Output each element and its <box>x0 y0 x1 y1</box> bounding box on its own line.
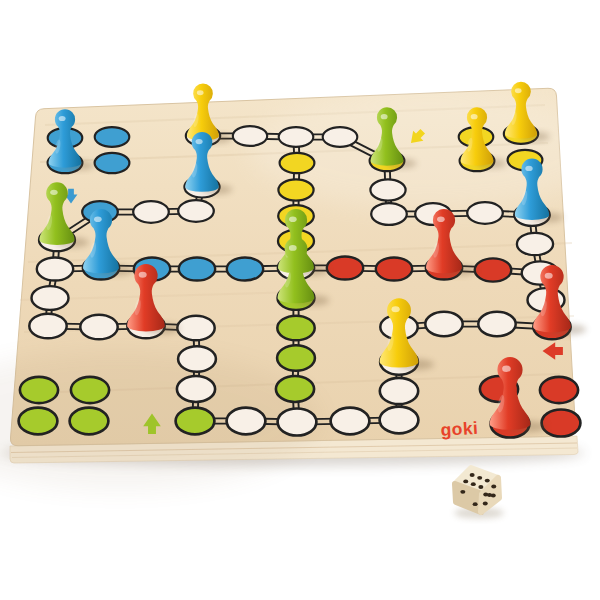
circle-t36-white <box>278 409 317 436</box>
circle-gh4-green <box>70 408 109 435</box>
circle-rh2-red <box>540 377 578 403</box>
brand-logo: goki <box>440 418 479 440</box>
pawn-head-highlight <box>502 366 511 372</box>
ludo-product-photo: goki <box>0 0 600 600</box>
die-top-pip <box>470 473 475 477</box>
pawn-head-highlight <box>437 216 445 222</box>
circle-t1-green <box>176 408 215 435</box>
pawn-head-highlight <box>59 116 66 121</box>
pawn-head-highlight <box>289 216 297 222</box>
circle-g3-green <box>277 345 315 370</box>
die-top-pip <box>485 479 490 483</box>
circle-t16-white <box>233 126 267 146</box>
circle-gh1-green <box>20 377 58 403</box>
circle-t34-white <box>380 407 419 434</box>
pawn-head-highlight <box>525 166 532 171</box>
circle-t12-white <box>133 201 169 223</box>
circle-rh4-red <box>542 410 581 437</box>
pawn-head-highlight <box>197 90 204 95</box>
die-top-pip <box>463 480 468 484</box>
circle-bh4-blue <box>95 153 130 173</box>
circle-t23-white <box>467 202 503 224</box>
pawn-head-highlight <box>139 272 147 278</box>
circle-r4-red <box>327 257 363 280</box>
circle-t21-white <box>371 203 407 225</box>
circle-y2-yellow <box>278 179 313 200</box>
die-right-pip <box>491 485 496 489</box>
die-left-pip <box>473 502 478 506</box>
pawn-head-highlight <box>196 139 203 144</box>
goki-logo-text: goki <box>440 418 479 440</box>
circle-r3-red <box>376 258 412 281</box>
pawn-head-highlight <box>515 88 522 93</box>
circle-t18-white <box>323 127 358 147</box>
circle-t33-white <box>380 378 418 404</box>
circle-y1-yellow <box>280 153 315 173</box>
circle-b4-blue <box>227 258 263 281</box>
circle-g4-green <box>276 376 314 402</box>
circle-t7-white <box>29 314 66 339</box>
circle-t30-white <box>425 312 462 336</box>
pawn-head-highlight <box>94 216 102 222</box>
circle-t13-white <box>178 200 214 222</box>
circle-r1-red <box>475 258 512 281</box>
circle-t3-white <box>178 346 216 371</box>
circle-t20-white <box>370 179 405 200</box>
pawn-head-highlight <box>50 190 57 195</box>
circle-gh2-green <box>71 377 109 403</box>
circle-t8-white <box>32 286 69 310</box>
die-right-pip <box>491 494 496 498</box>
circle-g2-green <box>277 316 314 341</box>
circle-t2-white <box>177 376 215 402</box>
circle-gh3-green <box>19 408 58 435</box>
circle-t17-white <box>279 127 314 147</box>
die-top-pip <box>477 476 482 480</box>
pawn-head-highlight <box>381 114 388 119</box>
pawn-head-highlight <box>289 245 297 251</box>
circle-bh2-blue <box>95 127 130 147</box>
die-top-pip <box>478 485 483 489</box>
pawn-head-highlight <box>545 273 553 279</box>
pawn-head-highlight <box>471 114 478 119</box>
circle-t6-white <box>80 315 117 340</box>
circle-b3-blue <box>179 258 215 281</box>
circle-t37-white <box>227 408 266 435</box>
pawn-head-highlight <box>391 306 399 312</box>
die-right-pip <box>483 502 488 506</box>
circle-t25-white <box>517 233 553 255</box>
circle-t29-white <box>478 312 515 336</box>
circle-t4-white <box>177 316 214 341</box>
ludo-board-scene: goki <box>0 0 600 600</box>
circle-t35-white <box>331 408 370 435</box>
die-left-pip <box>460 490 465 494</box>
wooden-die <box>454 468 504 519</box>
circle-t9-white <box>37 258 73 281</box>
die-top-pip <box>471 482 476 486</box>
